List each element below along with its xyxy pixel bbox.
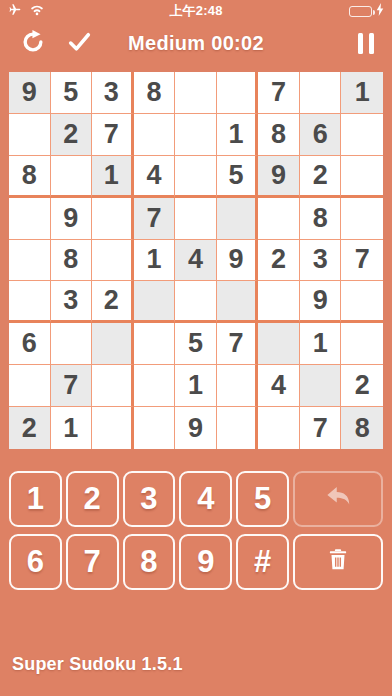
key-3[interactable]: 3 — [123, 471, 176, 527]
keypad: 12345 6789# — [9, 471, 383, 590]
cell-r7c2[interactable] — [51, 323, 93, 365]
cell-r4c3[interactable] — [92, 198, 134, 240]
cell-r3c1[interactable]: 8 — [9, 156, 51, 198]
cell-r3c9[interactable] — [341, 156, 383, 198]
cell-r6c3[interactable]: 2 — [92, 281, 134, 323]
app-version-label: Super Sudoku 1.5.1 — [12, 654, 392, 675]
cell-r9c2[interactable]: 1 — [51, 407, 93, 449]
cell-r6c7[interactable] — [258, 281, 300, 323]
key-6[interactable]: 6 — [9, 534, 62, 590]
undo-button[interactable] — [293, 471, 383, 527]
cell-r5c1[interactable] — [9, 240, 51, 282]
cell-r4c8[interactable]: 8 — [300, 198, 342, 240]
cell-r4c6[interactable] — [217, 198, 259, 240]
cell-r9c1[interactable]: 2 — [9, 407, 51, 449]
cell-r1c4[interactable]: 8 — [134, 72, 176, 114]
cell-r6c6[interactable] — [217, 281, 259, 323]
cell-r5c7[interactable]: 2 — [258, 240, 300, 282]
cell-r6c2[interactable]: 3 — [51, 281, 93, 323]
cell-r2c5[interactable] — [175, 114, 217, 156]
status-bar: 上午2:48 — [0, 0, 392, 22]
cell-r3c6[interactable]: 5 — [217, 156, 259, 198]
undo-arrow-icon — [323, 480, 353, 518]
pause-button[interactable] — [358, 33, 374, 54]
keypad-row-1: 12345 — [9, 471, 383, 527]
status-right-icons — [349, 0, 384, 22]
cell-r5c5[interactable]: 4 — [175, 240, 217, 282]
cell-r9c3[interactable] — [92, 407, 134, 449]
delete-button[interactable] — [293, 534, 383, 590]
status-time: 上午2:48 — [0, 2, 392, 20]
cell-r9c4[interactable] — [134, 407, 176, 449]
cell-r6c1[interactable] — [9, 281, 51, 323]
cell-r9c9[interactable]: 8 — [341, 407, 383, 449]
cell-r3c2[interactable] — [51, 156, 93, 198]
key-9[interactable]: 9 — [179, 534, 232, 590]
key-8[interactable]: 8 — [123, 534, 176, 590]
cell-r7c4[interactable] — [134, 323, 176, 365]
cell-r5c6[interactable]: 9 — [217, 240, 259, 282]
sudoku-board: 9538712718681459297881492373296571714221… — [9, 72, 383, 449]
cell-r7c8[interactable]: 1 — [300, 323, 342, 365]
cell-r7c7[interactable] — [258, 323, 300, 365]
key-7[interactable]: 7 — [66, 534, 119, 590]
cell-r5c8[interactable]: 3 — [300, 240, 342, 282]
cell-r5c3[interactable] — [92, 240, 134, 282]
cell-r1c2[interactable]: 5 — [51, 72, 93, 114]
cell-r9c5[interactable]: 9 — [175, 407, 217, 449]
cell-r4c9[interactable] — [341, 198, 383, 240]
cell-r3c4[interactable]: 4 — [134, 156, 176, 198]
cell-r8c3[interactable] — [92, 365, 134, 407]
cell-r8c4[interactable] — [134, 365, 176, 407]
cell-r3c3[interactable]: 1 — [92, 156, 134, 198]
cell-r2c4[interactable] — [134, 114, 176, 156]
cell-r1c7[interactable]: 7 — [258, 72, 300, 114]
cell-r4c1[interactable] — [9, 198, 51, 240]
cell-r7c5[interactable]: 5 — [175, 323, 217, 365]
cell-r2c7[interactable]: 8 — [258, 114, 300, 156]
key-notes[interactable]: # — [236, 534, 289, 590]
airplane-icon — [9, 2, 22, 20]
cell-r4c4[interactable]: 7 — [134, 198, 176, 240]
key-1[interactable]: 1 — [9, 471, 62, 527]
key-4[interactable]: 4 — [179, 471, 232, 527]
cell-r9c6[interactable] — [217, 407, 259, 449]
key-5[interactable]: 5 — [236, 471, 289, 527]
cell-r7c3[interactable] — [92, 323, 134, 365]
status-left-icons — [9, 0, 45, 22]
cell-r1c8[interactable] — [300, 72, 342, 114]
pause-icon — [358, 33, 363, 54]
restart-icon — [20, 29, 46, 58]
cell-r4c5[interactable] — [175, 198, 217, 240]
cell-r6c4[interactable] — [134, 281, 176, 323]
cell-r6c5[interactable] — [175, 281, 217, 323]
cell-r2c2[interactable]: 2 — [51, 114, 93, 156]
key-2[interactable]: 2 — [66, 471, 119, 527]
wifi-icon — [29, 1, 45, 21]
cell-r2c9[interactable] — [341, 114, 383, 156]
cell-r5c9[interactable]: 7 — [341, 240, 383, 282]
cell-r6c8[interactable]: 9 — [300, 281, 342, 323]
cell-r3c7[interactable]: 9 — [258, 156, 300, 198]
cell-r1c3[interactable]: 3 — [92, 72, 134, 114]
cell-r8c2[interactable]: 7 — [51, 365, 93, 407]
cell-r8c1[interactable] — [9, 365, 51, 407]
battery-icon — [349, 6, 372, 17]
cell-r1c5[interactable] — [175, 72, 217, 114]
cell-r7c6[interactable]: 7 — [217, 323, 259, 365]
cell-r1c6[interactable] — [217, 72, 259, 114]
sudoku-app: { "game": "sudoku (X-Sudoku variant, dia… — [0, 0, 392, 696]
cell-r2c6[interactable]: 1 — [217, 114, 259, 156]
cell-r8c7[interactable]: 4 — [258, 365, 300, 407]
checkmark-icon — [67, 29, 92, 57]
cell-r1c9[interactable]: 1 — [341, 72, 383, 114]
cell-r2c3[interactable]: 7 — [92, 114, 134, 156]
cell-r3c8[interactable]: 2 — [300, 156, 342, 198]
cell-r2c1[interactable] — [9, 114, 51, 156]
cell-r4c7[interactable] — [258, 198, 300, 240]
cell-r9c8[interactable]: 7 — [300, 407, 342, 449]
cell-r8c6[interactable] — [217, 365, 259, 407]
cell-r1c1[interactable]: 9 — [9, 72, 51, 114]
check-button[interactable] — [67, 29, 92, 57]
cell-r8c5[interactable]: 1 — [175, 365, 217, 407]
trash-icon — [325, 544, 351, 580]
cell-r7c1[interactable]: 6 — [9, 323, 51, 365]
cell-r6c9[interactable] — [341, 281, 383, 323]
keypad-row-2: 6789# — [9, 534, 383, 590]
cell-r8c9[interactable]: 2 — [341, 365, 383, 407]
header-bar: Medium 00:02 — [0, 22, 392, 64]
cell-r2c8[interactable]: 6 — [300, 114, 342, 156]
cell-r8c8[interactable] — [300, 365, 342, 407]
cell-r5c2[interactable]: 8 — [51, 240, 93, 282]
cell-r4c2[interactable]: 9 — [51, 198, 93, 240]
cell-r9c7[interactable] — [258, 407, 300, 449]
restart-button[interactable] — [20, 29, 46, 58]
cell-r5c4[interactable]: 1 — [134, 240, 176, 282]
cell-r3c5[interactable] — [175, 156, 217, 198]
charging-bolt-icon — [376, 2, 384, 20]
cell-r7c9[interactable] — [341, 323, 383, 365]
